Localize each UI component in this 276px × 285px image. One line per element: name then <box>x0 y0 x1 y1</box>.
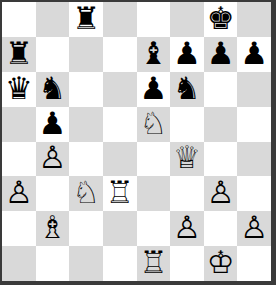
square-d8[interactable] <box>103 2 137 37</box>
square-a1[interactable] <box>2 246 36 281</box>
black-rook[interactable]: ♜ <box>5 38 33 69</box>
square-c4[interactable] <box>69 142 103 177</box>
square-e5[interactable]: ♘ <box>137 107 171 142</box>
black-queen[interactable]: ♛ <box>5 73 33 104</box>
white-pawn[interactable]: ♙ <box>5 177 33 208</box>
black-pawn[interactable]: ♟ <box>207 38 235 69</box>
square-f2[interactable]: ♙ <box>170 211 204 246</box>
square-d1[interactable] <box>103 246 137 281</box>
white-queen[interactable]: ♕ <box>173 142 201 173</box>
square-d6[interactable] <box>103 72 137 107</box>
square-f6[interactable]: ♞ <box>170 72 204 107</box>
square-g8[interactable]: ♚ <box>204 2 238 37</box>
square-f3[interactable] <box>170 176 204 211</box>
black-pawn[interactable]: ♟ <box>240 38 268 69</box>
square-g5[interactable] <box>204 107 238 142</box>
square-g3[interactable]: ♙ <box>204 176 238 211</box>
white-pawn[interactable]: ♙ <box>39 142 67 173</box>
white-rook[interactable]: ♖ <box>139 247 167 278</box>
square-d7[interactable] <box>103 37 137 72</box>
square-g7[interactable]: ♟ <box>204 37 238 72</box>
square-b3[interactable] <box>36 176 70 211</box>
square-h5[interactable] <box>237 107 271 142</box>
square-b4[interactable]: ♙ <box>36 142 70 177</box>
square-g4[interactable] <box>204 142 238 177</box>
square-h6[interactable] <box>237 72 271 107</box>
square-c3[interactable]: ♘ <box>69 176 103 211</box>
square-c1[interactable] <box>69 246 103 281</box>
square-a5[interactable] <box>2 107 36 142</box>
square-e8[interactable] <box>137 2 171 37</box>
square-b7[interactable] <box>36 37 70 72</box>
white-pawn[interactable]: ♙ <box>240 212 268 243</box>
square-b1[interactable] <box>36 246 70 281</box>
black-pawn[interactable]: ♟ <box>139 73 167 104</box>
square-c2[interactable] <box>69 211 103 246</box>
square-d3[interactable]: ♖ <box>103 176 137 211</box>
square-d4[interactable] <box>103 142 137 177</box>
square-a7[interactable]: ♜ <box>2 37 36 72</box>
square-a3[interactable]: ♙ <box>2 176 36 211</box>
square-f1[interactable] <box>170 246 204 281</box>
square-d5[interactable] <box>103 107 137 142</box>
square-h3[interactable] <box>237 176 271 211</box>
white-knight[interactable]: ♘ <box>139 108 167 139</box>
white-rook[interactable]: ♖ <box>106 177 134 208</box>
square-b6[interactable]: ♞ <box>36 72 70 107</box>
white-pawn[interactable]: ♙ <box>207 177 235 208</box>
square-c5[interactable] <box>69 107 103 142</box>
square-h7[interactable]: ♟ <box>237 37 271 72</box>
chessboard-frame: ♜♚♜♝♟♟♟♛♞♟♞♟♘♙♕♙♘♖♙♗♙♙♖♔ <box>0 0 276 285</box>
square-e4[interactable] <box>137 142 171 177</box>
square-h1[interactable] <box>237 246 271 281</box>
square-e2[interactable] <box>137 211 171 246</box>
square-g6[interactable] <box>204 72 238 107</box>
square-a6[interactable]: ♛ <box>2 72 36 107</box>
square-h4[interactable] <box>237 142 271 177</box>
white-knight[interactable]: ♘ <box>72 177 100 208</box>
chessboard: ♜♚♜♝♟♟♟♛♞♟♞♟♘♙♕♙♘♖♙♗♙♙♖♔ <box>2 2 271 281</box>
square-b8[interactable] <box>36 2 70 37</box>
square-h2[interactable]: ♙ <box>237 211 271 246</box>
white-king[interactable]: ♔ <box>207 247 235 278</box>
square-e6[interactable]: ♟ <box>137 72 171 107</box>
black-pawn[interactable]: ♟ <box>173 38 201 69</box>
square-a8[interactable] <box>2 2 36 37</box>
black-knight[interactable]: ♞ <box>173 73 201 104</box>
square-c8[interactable]: ♜ <box>69 2 103 37</box>
square-d2[interactable] <box>103 211 137 246</box>
square-e3[interactable] <box>137 176 171 211</box>
square-g1[interactable]: ♔ <box>204 246 238 281</box>
black-pawn[interactable]: ♟ <box>39 108 67 139</box>
white-bishop[interactable]: ♗ <box>39 212 67 243</box>
black-rook[interactable]: ♜ <box>72 3 100 34</box>
square-c6[interactable] <box>69 72 103 107</box>
square-a4[interactable] <box>2 142 36 177</box>
square-b5[interactable]: ♟ <box>36 107 70 142</box>
black-knight[interactable]: ♞ <box>39 73 67 104</box>
black-king[interactable]: ♚ <box>207 3 235 34</box>
square-e1[interactable]: ♖ <box>137 246 171 281</box>
square-b2[interactable]: ♗ <box>36 211 70 246</box>
square-h8[interactable] <box>237 2 271 37</box>
square-e7[interactable]: ♝ <box>137 37 171 72</box>
black-bishop[interactable]: ♝ <box>139 38 167 69</box>
square-f8[interactable] <box>170 2 204 37</box>
square-a2[interactable] <box>2 211 36 246</box>
square-f4[interactable]: ♕ <box>170 142 204 177</box>
square-g2[interactable] <box>204 211 238 246</box>
white-pawn[interactable]: ♙ <box>173 212 201 243</box>
square-f7[interactable]: ♟ <box>170 37 204 72</box>
square-f5[interactable] <box>170 107 204 142</box>
square-c7[interactable] <box>69 37 103 72</box>
